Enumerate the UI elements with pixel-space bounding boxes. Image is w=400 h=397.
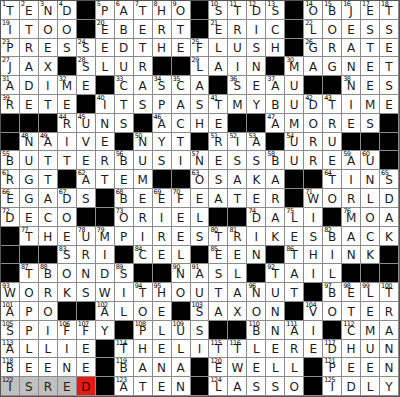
cell-r10c20[interactable]: N (361, 170, 380, 189)
cell-r13c11[interactable]: S (191, 227, 210, 246)
cell-r5c7[interactable]: 33C (115, 76, 134, 95)
cell-r16c9[interactable]: 95H (153, 283, 172, 302)
cell-r21c12[interactable]: 124L (209, 377, 228, 396)
cell-r13c14[interactable]: I (247, 227, 266, 246)
cell-r12c3[interactable]: C (39, 208, 58, 227)
cell-r16c14[interactable]: 96N (247, 283, 266, 302)
cell-r8c10[interactable]: T (172, 133, 191, 152)
cell-r6c13[interactable]: M (228, 95, 247, 114)
cell-r16c19[interactable]: 98E (342, 283, 361, 302)
cell-r3c6[interactable]: E (96, 39, 115, 58)
cell-r1c15[interactable]: 13S (266, 1, 285, 20)
cell-r5c1[interactable]: 31A (1, 76, 20, 95)
cell-r11c1[interactable]: 66E (1, 189, 20, 208)
cell-r21c3[interactable]: R (39, 377, 58, 396)
cell-r15c5[interactable]: N (77, 264, 96, 283)
cell-r15c7[interactable]: 89S (115, 264, 134, 283)
cell-r16c12[interactable]: T (209, 283, 228, 302)
cell-r10c2[interactable]: G (20, 170, 39, 189)
cell-r8c9[interactable]: Y (153, 133, 172, 152)
cell-r17c21[interactable]: R (380, 302, 399, 321)
cell-r4c7[interactable]: U (115, 57, 134, 76)
cell-r12c8[interactable]: R (134, 208, 153, 227)
cell-r7c16[interactable]: M (285, 114, 304, 133)
cell-r18c10[interactable]: 109U (172, 321, 191, 340)
cell-r6c15[interactable]: B (266, 95, 285, 114)
cell-r15c17[interactable]: I (304, 264, 323, 283)
cell-r7c17[interactable]: O (304, 114, 323, 133)
cell-r14c9[interactable]: E (153, 246, 172, 265)
cell-r18c16[interactable]: 111A (285, 321, 304, 340)
cell-r9c7[interactable]: 56B (115, 151, 134, 170)
cell-r3c12[interactable]: L (209, 39, 228, 58)
cell-r7c9[interactable]: 46A (153, 114, 172, 133)
cell-r9c10[interactable]: I (172, 151, 191, 170)
cell-r16c18[interactable]: 97B (323, 283, 342, 302)
cell-r2c1[interactable]: 19I (1, 20, 20, 39)
cell-r10c12[interactable]: S (209, 170, 228, 189)
cell-r7c7[interactable]: S (115, 114, 134, 133)
cell-r21c19[interactable]: D (342, 377, 361, 396)
cell-r13c7[interactable]: P (115, 227, 134, 246)
cell-r17c19[interactable]: T (342, 302, 361, 321)
cell-r17c2[interactable]: P (20, 302, 39, 321)
cell-r16c5[interactable]: S (77, 283, 96, 302)
cell-r7c5[interactable]: 45U (77, 114, 96, 133)
cell-r1c17[interactable]: 14O (304, 1, 323, 20)
cell-r19c15[interactable]: E (266, 340, 285, 359)
cell-r17c7[interactable]: L (115, 302, 134, 321)
cell-r1c13[interactable]: 11T (228, 1, 247, 20)
cell-r14c12[interactable]: 85E (209, 246, 228, 265)
cell-r13c2[interactable]: 77T (20, 227, 39, 246)
cell-r2c15[interactable]: C (266, 20, 285, 39)
cell-r4c11[interactable]: 29L (191, 57, 210, 76)
cell-r16c2[interactable]: O (20, 283, 39, 302)
cell-r7c11[interactable]: H (191, 114, 210, 133)
cell-r17c11[interactable]: 103S (191, 302, 210, 321)
cell-r13c19[interactable]: A (342, 227, 361, 246)
cell-r2c14[interactable]: I (247, 20, 266, 39)
cell-r3c4[interactable]: S (58, 39, 77, 58)
cell-r19c4[interactable]: I (58, 340, 77, 359)
cell-r15c16[interactable]: A (285, 264, 304, 283)
cell-r18c17[interactable]: I (304, 321, 323, 340)
cell-r1c1[interactable]: 1T (1, 1, 20, 20)
cell-r9c11[interactable]: 57N (191, 151, 210, 170)
cell-r11c5[interactable]: S (77, 189, 96, 208)
cell-r19c11[interactable]: I (191, 340, 210, 359)
cell-r8c8[interactable]: 50N (134, 133, 153, 152)
cell-r16c13[interactable]: A (228, 283, 247, 302)
cell-r13c21[interactable]: K (380, 227, 399, 246)
cell-r3c8[interactable]: T (134, 39, 153, 58)
cell-r3c20[interactable]: T (361, 39, 380, 58)
cell-r15c6[interactable]: D (96, 264, 115, 283)
cell-r19c20[interactable]: U (361, 340, 380, 359)
cell-r16c20[interactable]: 99L (361, 283, 380, 302)
cell-r5c5[interactable]: E (77, 76, 96, 95)
cell-r20c20[interactable]: E (361, 358, 380, 377)
cell-r11c4[interactable]: 67D (58, 189, 77, 208)
cell-r6c8[interactable]: S (134, 95, 153, 114)
cell-r20c12[interactable]: 120E (209, 358, 228, 377)
cell-r5c11[interactable]: A (191, 76, 210, 95)
cell-r3c10[interactable]: E (172, 39, 191, 58)
cell-r21c16[interactable]: O (285, 377, 304, 396)
cell-r21c10[interactable]: N (172, 377, 191, 396)
cell-r18c1[interactable]: 105S (1, 321, 20, 340)
cell-r9c15[interactable]: 58B (266, 151, 285, 170)
cell-r20c21[interactable]: N (380, 358, 399, 377)
cell-r5c4[interactable]: 32M (58, 76, 77, 95)
cell-r14c13[interactable]: E (228, 246, 247, 265)
cell-r6c6[interactable]: 40I (96, 95, 115, 114)
cell-r18c3[interactable]: I (39, 321, 58, 340)
cell-r2c8[interactable]: E (134, 20, 153, 39)
cell-r4c8[interactable]: R (134, 57, 153, 76)
cell-r20c8[interactable]: A (134, 358, 153, 377)
cell-r11c2[interactable]: G (20, 189, 39, 208)
cell-r20c18[interactable]: 121P (323, 358, 342, 377)
cell-r16c6[interactable]: W (96, 283, 115, 302)
cell-r12c21[interactable]: A (380, 208, 399, 227)
cell-r14c14[interactable]: N (247, 246, 266, 265)
cell-r12c19[interactable]: 76M (342, 208, 361, 227)
cell-r19c8[interactable]: H (134, 340, 153, 359)
cell-r8c18[interactable]: U (323, 133, 342, 152)
cell-r16c11[interactable]: U (191, 283, 210, 302)
cell-r5c10[interactable]: 35C (172, 76, 191, 95)
cell-r16c4[interactable]: K (58, 283, 77, 302)
cell-r11c14[interactable]: E (247, 189, 266, 208)
cell-r12c20[interactable]: O (361, 208, 380, 227)
cell-r6c19[interactable]: I (342, 95, 361, 114)
cell-r13c8[interactable]: I (134, 227, 153, 246)
cell-r19c12[interactable]: 115T (209, 340, 228, 359)
cell-r13c4[interactable]: E (58, 227, 77, 246)
cell-r5c14[interactable]: E (247, 76, 266, 95)
cell-r19c9[interactable]: E (153, 340, 172, 359)
cell-r18c14[interactable]: 110B (247, 321, 266, 340)
cell-r5c16[interactable]: U (285, 76, 304, 95)
cell-r12c11[interactable]: L (191, 208, 210, 227)
cell-r12c7[interactable]: 73O (115, 208, 134, 227)
cell-r14c16[interactable]: 86T (285, 246, 304, 265)
cell-r18c4[interactable]: 106F (58, 321, 77, 340)
cell-r15c11[interactable]: 91A (191, 264, 210, 283)
cell-r17c15[interactable]: N (266, 302, 285, 321)
cell-r17c12[interactable]: A (209, 302, 228, 321)
cell-r19c18[interactable]: 117D (323, 340, 342, 359)
cell-r6c18[interactable]: 43T (323, 95, 342, 114)
cell-r21c20[interactable]: L (361, 377, 380, 396)
cell-r21c18[interactable]: 125I (323, 377, 342, 396)
cell-r13c18[interactable]: 82B (323, 227, 342, 246)
cell-r8c12[interactable]: 51R (209, 133, 228, 152)
cell-r5c9[interactable]: 34S (153, 76, 172, 95)
cell-r19c1[interactable]: 113A (1, 340, 20, 359)
cell-r3c21[interactable]: E (380, 39, 399, 58)
cell-r8c13[interactable]: 52I (228, 133, 247, 152)
cell-r19c21[interactable]: N (380, 340, 399, 359)
cell-r1c19[interactable]: 16J (342, 1, 361, 20)
cell-r17c14[interactable]: O (247, 302, 266, 321)
cell-r1c3[interactable]: 3N (39, 1, 58, 20)
cell-r7c6[interactable]: N (96, 114, 115, 133)
cell-r5c3[interactable]: I (39, 76, 58, 95)
cell-r10c5[interactable]: 62A (77, 170, 96, 189)
cell-r14c10[interactable]: L (172, 246, 191, 265)
cell-r21c7[interactable]: 123A (115, 377, 134, 396)
cell-r19c5[interactable]: E (77, 340, 96, 359)
cell-r14c17[interactable]: H (304, 246, 323, 265)
cell-r1c21[interactable]: 18T (380, 1, 399, 20)
cell-r3c7[interactable]: D (115, 39, 134, 58)
cell-r21c8[interactable]: T (134, 377, 153, 396)
cell-r7c18[interactable]: R (323, 114, 342, 133)
cell-r16c7[interactable]: I (115, 283, 134, 302)
cell-r19c10[interactable]: L (172, 340, 191, 359)
cell-r18c21[interactable]: A (380, 321, 399, 340)
cell-r12c9[interactable]: I (153, 208, 172, 227)
cell-r6c16[interactable]: U (285, 95, 304, 114)
cell-r13c5[interactable]: 78U (77, 227, 96, 246)
cell-r9c14[interactable]: S (247, 151, 266, 170)
cell-r20c5[interactable]: E (77, 358, 96, 377)
cell-r19c2[interactable]: L (20, 340, 39, 359)
cell-r3c1[interactable]: 23P (1, 39, 20, 58)
cell-r14c5[interactable]: R (77, 246, 96, 265)
cell-r11c19[interactable]: R (342, 189, 361, 208)
cell-r15c3[interactable]: 88B (39, 264, 58, 283)
cell-r21c15[interactable]: S (266, 377, 285, 396)
cell-r12c16[interactable]: 75L (285, 208, 304, 227)
cell-r10c15[interactable]: A (266, 170, 285, 189)
cell-r12c2[interactable]: E (20, 208, 39, 227)
cell-r4c16[interactable]: 30M (285, 57, 304, 76)
cell-r20c9[interactable]: N (153, 358, 172, 377)
cell-r10c14[interactable]: K (247, 170, 266, 189)
cell-r3c13[interactable]: U (228, 39, 247, 58)
cell-r11c12[interactable]: A (209, 189, 228, 208)
cell-r11c7[interactable]: 68B (115, 189, 134, 208)
cell-r12c10[interactable]: E (172, 208, 191, 227)
cell-r4c12[interactable]: A (209, 57, 228, 76)
cell-r16c10[interactable]: O (172, 283, 191, 302)
cell-r5c21[interactable]: S (380, 76, 399, 95)
cell-r15c2[interactable]: 87T (20, 264, 39, 283)
cell-r3c9[interactable]: H (153, 39, 172, 58)
cell-r12c14[interactable]: 74D (247, 208, 266, 227)
cell-r11c11[interactable]: E (191, 189, 210, 208)
cell-r19c7[interactable]: 114T (115, 340, 134, 359)
cell-r13c20[interactable]: C (361, 227, 380, 246)
cell-r3c17[interactable]: 26G (304, 39, 323, 58)
cell-r15c10[interactable]: 90N (172, 264, 191, 283)
cell-r13c9[interactable]: R (153, 227, 172, 246)
cell-r3c19[interactable]: A (342, 39, 361, 58)
cell-r4c13[interactable]: I (228, 57, 247, 76)
cell-r13c10[interactable]: E (172, 227, 191, 246)
cell-r8c2[interactable]: 48N (20, 133, 39, 152)
cell-r7c12[interactable]: E (209, 114, 228, 133)
cell-r19c16[interactable]: R (285, 340, 304, 359)
cell-r14c6[interactable]: I (96, 246, 115, 265)
cell-r19c3[interactable]: L (39, 340, 58, 359)
cell-r6c9[interactable]: P (153, 95, 172, 114)
cell-r16c16[interactable]: T (285, 283, 304, 302)
cell-r9c5[interactable]: E (77, 151, 96, 170)
cell-r13c6[interactable]: 79M (96, 227, 115, 246)
cell-r6c11[interactable]: S (191, 95, 210, 114)
cell-r20c14[interactable]: E (247, 358, 266, 377)
cell-r17c17[interactable]: 104V (304, 302, 323, 321)
cell-r2c9[interactable]: R (153, 20, 172, 39)
cell-r12c4[interactable]: O (58, 208, 77, 227)
cell-r8c14[interactable]: 53A (247, 133, 266, 152)
cell-r10c11[interactable]: 63O (191, 170, 210, 189)
cell-r6c10[interactable]: A (172, 95, 191, 114)
cell-r10c1[interactable]: 61R (1, 170, 20, 189)
cell-r18c11[interactable]: S (191, 321, 210, 340)
cell-r16c15[interactable]: U (266, 283, 285, 302)
cell-r2c7[interactable]: B (115, 20, 134, 39)
cell-r6c14[interactable]: Y (247, 95, 266, 114)
cell-r19c19[interactable]: H (342, 340, 361, 359)
cell-r17c9[interactable]: E (153, 302, 172, 321)
cell-r11c3[interactable]: A (39, 189, 58, 208)
cell-r20c10[interactable]: A (172, 358, 191, 377)
cell-r4c17[interactable]: A (304, 57, 323, 76)
cell-r14c8[interactable]: 84C (134, 246, 153, 265)
cursor-cell-r21c5[interactable]: D (77, 377, 96, 396)
cell-r20c15[interactable]: L (266, 358, 285, 377)
cell-r21c4[interactable]: E (58, 377, 77, 396)
cell-r20c4[interactable]: N (58, 358, 77, 377)
cell-r2c17[interactable]: 22L (304, 20, 323, 39)
cell-r13c15[interactable]: K (266, 227, 285, 246)
cell-r5c15[interactable]: 37A (266, 76, 285, 95)
cell-r20c16[interactable]: L (285, 358, 304, 377)
cell-r11c8[interactable]: E (134, 189, 153, 208)
cell-r1c20[interactable]: 17E (361, 1, 380, 20)
cell-r11c15[interactable]: R (266, 189, 285, 208)
cell-r9c1[interactable]: 55B (1, 151, 20, 170)
cell-r6c20[interactable]: M (361, 95, 380, 114)
cell-r3c11[interactable]: 25F (191, 39, 210, 58)
cell-r8c5[interactable]: V (77, 133, 96, 152)
cell-r10c7[interactable]: E (115, 170, 134, 189)
cell-r17c13[interactable]: X (228, 302, 247, 321)
cell-r7c19[interactable]: E (342, 114, 361, 133)
cell-r11c10[interactable]: 70F (172, 189, 191, 208)
cell-r4c19[interactable]: N (342, 57, 361, 76)
cell-r2c4[interactable]: O (58, 20, 77, 39)
cell-r17c6[interactable]: 102A (96, 302, 115, 321)
cell-r9c16[interactable]: U (285, 151, 304, 170)
cell-r2c3[interactable]: O (39, 20, 58, 39)
cell-r21c9[interactable]: E (153, 377, 172, 396)
cell-r2c18[interactable]: O (323, 20, 342, 39)
cell-r1c6[interactable]: 5P (96, 1, 115, 20)
cell-r18c19[interactable]: 112C (342, 321, 361, 340)
cell-r17c18[interactable]: O (323, 302, 342, 321)
cell-r6c2[interactable]: E (20, 95, 39, 114)
cell-r4c18[interactable]: G (323, 57, 342, 76)
cell-r17c8[interactable]: O (134, 302, 153, 321)
cell-r4c21[interactable]: T (380, 57, 399, 76)
cell-r19c17[interactable]: E (304, 340, 323, 359)
cell-r9c17[interactable]: R (304, 151, 323, 170)
cell-r8c6[interactable]: E (96, 133, 115, 152)
cell-r5c19[interactable]: 38N (342, 76, 361, 95)
cell-r12c1[interactable]: 72D (1, 208, 20, 227)
cell-r1c18[interactable]: 15B (323, 1, 342, 20)
cell-r2c21[interactable]: S (380, 20, 399, 39)
cell-r5c8[interactable]: A (134, 76, 153, 95)
cell-r10c19[interactable]: I (342, 170, 361, 189)
cell-r4c3[interactable]: X (39, 57, 58, 76)
cell-r20c19[interactable]: E (342, 358, 361, 377)
cell-r21c2[interactable]: S (20, 377, 39, 396)
cell-r6c3[interactable]: T (39, 95, 58, 114)
cell-r10c8[interactable]: M (134, 170, 153, 189)
cell-r2c10[interactable]: T (172, 20, 191, 39)
cell-r9c4[interactable]: T (58, 151, 77, 170)
cell-r6c21[interactable]: E (380, 95, 399, 114)
cell-r14c20[interactable]: K (361, 246, 380, 265)
cell-r5c13[interactable]: 36S (228, 76, 247, 95)
cell-r10c13[interactable]: A (228, 170, 247, 189)
cell-r3c3[interactable]: E (39, 39, 58, 58)
cell-r15c18[interactable]: L (323, 264, 342, 283)
cell-r16c3[interactable]: R (39, 283, 58, 302)
cell-r11c17[interactable]: 71W (304, 189, 323, 208)
cell-r7c10[interactable]: C (172, 114, 191, 133)
cell-r1c2[interactable]: 2E (20, 1, 39, 20)
cell-r18c8[interactable]: 108P (134, 321, 153, 340)
cell-r15c4[interactable]: O (58, 264, 77, 283)
cell-r4c5[interactable]: 28S (77, 57, 96, 76)
cell-r1c12[interactable]: 10S (209, 1, 228, 20)
cell-r2c20[interactable]: S (361, 20, 380, 39)
cell-r11c18[interactable]: O (323, 189, 342, 208)
cell-r1c14[interactable]: 12D (247, 1, 266, 20)
cell-r3c2[interactable]: R (20, 39, 39, 58)
cell-r3c15[interactable]: H (266, 39, 285, 58)
cell-r21c21[interactable]: Y (380, 377, 399, 396)
cell-r18c9[interactable]: L (153, 321, 172, 340)
cell-r5c2[interactable]: D (20, 76, 39, 95)
cell-r15c15[interactable]: 92T (266, 264, 285, 283)
cell-r18c15[interactable]: N (266, 321, 285, 340)
cell-r13c12[interactable]: 80T (209, 227, 228, 246)
cell-r13c17[interactable]: S (304, 227, 323, 246)
cell-r14c18[interactable]: I (323, 246, 342, 265)
cell-r1c10[interactable]: 9O (172, 1, 191, 20)
cell-r18c6[interactable]: Y (96, 321, 115, 340)
cell-r17c3[interactable]: O (39, 302, 58, 321)
cell-r9c12[interactable]: E (209, 151, 228, 170)
cell-r21c14[interactable]: S (247, 377, 266, 396)
cell-r9c6[interactable]: R (96, 151, 115, 170)
cell-r10c3[interactable]: T (39, 170, 58, 189)
cell-r4c6[interactable]: L (96, 57, 115, 76)
cell-r12c15[interactable]: A (266, 208, 285, 227)
cell-r20c2[interactable]: E (20, 358, 39, 377)
cell-r20c13[interactable]: W (228, 358, 247, 377)
